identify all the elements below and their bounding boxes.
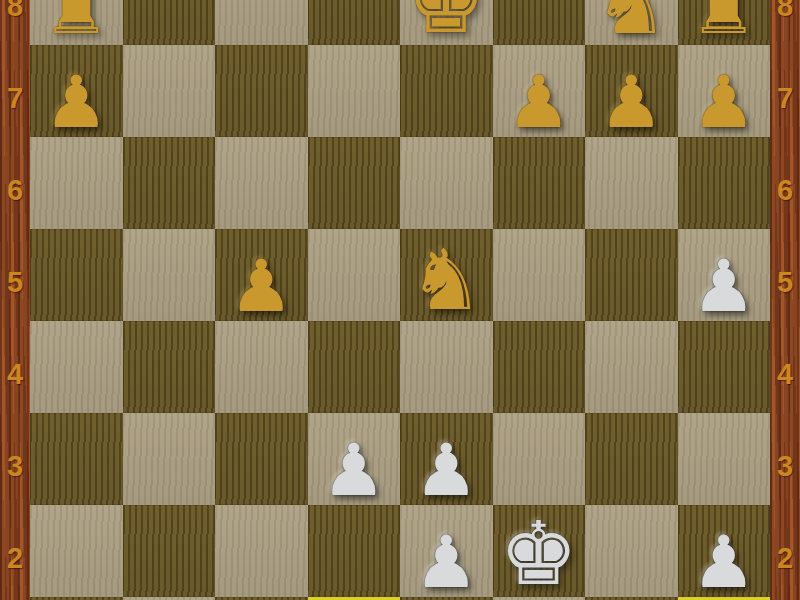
- silver-king-f2[interactable]: ♚: [493, 505, 586, 597]
- square-b8[interactable]: [123, 0, 216, 45]
- gold-pawn-c5[interactable]: ♟: [215, 229, 308, 321]
- silver-pawn-e3[interactable]: ♟: [400, 413, 493, 505]
- square-a2[interactable]: [30, 505, 123, 597]
- rank-label-right-4: 4: [770, 359, 800, 389]
- square-e4[interactable]: [400, 321, 493, 413]
- square-f5[interactable]: [493, 229, 586, 321]
- rank-label-right-7: 7: [770, 83, 800, 113]
- rank-label-left-3: 3: [0, 451, 30, 481]
- square-d7[interactable]: [308, 45, 401, 137]
- silver-pawn-h2[interactable]: ♟: [678, 505, 771, 597]
- square-f8[interactable]: [493, 0, 586, 45]
- square-a5[interactable]: [30, 229, 123, 321]
- board-border-right: 8765432: [770, 0, 800, 600]
- square-b7[interactable]: [123, 45, 216, 137]
- silver-pawn-e2[interactable]: ♟: [400, 505, 493, 597]
- square-a3[interactable]: [30, 413, 123, 505]
- gold-rook-a8[interactable]: ♜: [30, 0, 123, 45]
- square-c3[interactable]: [215, 413, 308, 505]
- rank-label-left-7: 7: [0, 83, 30, 113]
- rank-label-left-5: 5: [0, 267, 30, 297]
- gold-knight-g8[interactable]: ♞: [585, 0, 678, 45]
- square-b5[interactable]: [123, 229, 216, 321]
- square-h6[interactable]: [678, 137, 771, 229]
- square-c2[interactable]: [215, 505, 308, 597]
- square-e7[interactable]: [400, 45, 493, 137]
- gold-pawn-a7[interactable]: ♟: [30, 45, 123, 137]
- square-b3[interactable]: [123, 413, 216, 505]
- gold-pawn-h7[interactable]: ♟: [678, 45, 771, 137]
- square-d4[interactable]: [308, 321, 401, 413]
- rank-label-right-8: 8: [770, 0, 800, 21]
- rank-label-left-6: 6: [0, 175, 30, 205]
- square-f3[interactable]: [493, 413, 586, 505]
- gold-rook-h8[interactable]: ♜: [678, 0, 771, 45]
- square-d6[interactable]: [308, 137, 401, 229]
- square-b2[interactable]: [123, 505, 216, 597]
- rank-label-right-2: 2: [770, 543, 800, 573]
- square-c6[interactable]: [215, 137, 308, 229]
- square-d2[interactable]: [308, 505, 401, 597]
- square-f6[interactable]: [493, 137, 586, 229]
- square-c8[interactable]: [215, 0, 308, 45]
- rank-label-left-4: 4: [0, 359, 30, 389]
- square-g2[interactable]: [585, 505, 678, 597]
- gold-pawn-f7[interactable]: ♟: [493, 45, 586, 137]
- square-a4[interactable]: [30, 321, 123, 413]
- square-c7[interactable]: [215, 45, 308, 137]
- rank-label-right-6: 6: [770, 175, 800, 205]
- square-e6[interactable]: [400, 137, 493, 229]
- chess-board: ♜♚♞♜♟♟♟♟♟♞♟♟♟♟♚♟: [30, 0, 770, 600]
- square-d8[interactable]: [308, 0, 401, 45]
- square-g3[interactable]: [585, 413, 678, 505]
- rank-label-left-8: 8: [0, 0, 30, 21]
- square-b6[interactable]: [123, 137, 216, 229]
- square-d5[interactable]: [308, 229, 401, 321]
- square-h4[interactable]: [678, 321, 771, 413]
- rank-label-right-5: 5: [770, 267, 800, 297]
- chess-app-screen: ♜♚♞♜♟♟♟♟♟♞♟♟♟♟♚♟ 8765432 8765432: [0, 0, 800, 600]
- rank-label-left-2: 2: [0, 543, 30, 573]
- gold-pawn-g7[interactable]: ♟: [585, 45, 678, 137]
- silver-pawn-h5[interactable]: ♟: [678, 229, 771, 321]
- silver-pawn-d3[interactable]: ♟: [308, 413, 401, 505]
- square-h3[interactable]: [678, 413, 771, 505]
- square-c4[interactable]: [215, 321, 308, 413]
- gold-king-e8[interactable]: ♚: [400, 0, 493, 45]
- square-g4[interactable]: [585, 321, 678, 413]
- rank-label-right-3: 3: [770, 451, 800, 481]
- gold-knight-e5[interactable]: ♞: [400, 229, 493, 321]
- square-a6[interactable]: [30, 137, 123, 229]
- square-f4[interactable]: [493, 321, 586, 413]
- board-border-left: 8765432: [0, 0, 30, 600]
- square-g5[interactable]: [585, 229, 678, 321]
- square-g6[interactable]: [585, 137, 678, 229]
- square-b4[interactable]: [123, 321, 216, 413]
